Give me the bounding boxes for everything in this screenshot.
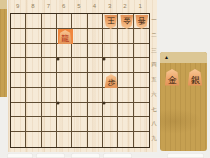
- board-cell[interactable]: [72, 29, 87, 44]
- board-cell[interactable]: [57, 73, 72, 88]
- board-cell[interactable]: [11, 29, 26, 44]
- board-cell[interactable]: [11, 132, 26, 147]
- board-cell[interactable]: [26, 73, 41, 88]
- file-label: 6: [56, 1, 71, 11]
- piece-glyph: 歩: [107, 78, 115, 89]
- board-cell[interactable]: [103, 44, 118, 59]
- piece-glyph: 香: [138, 15, 146, 26]
- board-cell[interactable]: [42, 117, 57, 132]
- rank-label: 五: [150, 73, 157, 86]
- piece-glyph: 銀: [190, 73, 199, 85]
- board-cell[interactable]: [26, 132, 41, 147]
- board-cell[interactable]: [26, 44, 41, 59]
- board-cell[interactable]: [26, 117, 41, 132]
- board-grid: [10, 13, 150, 148]
- board-cell[interactable]: [11, 88, 26, 103]
- rank-label: 七: [150, 102, 157, 115]
- board-cell[interactable]: [118, 117, 133, 132]
- board-cell[interactable]: [42, 103, 57, 118]
- board-cell[interactable]: [42, 132, 57, 147]
- file-label: 4: [87, 1, 102, 11]
- nav-button-partial[interactable]: [7, 153, 33, 158]
- board-cell[interactable]: [57, 103, 72, 118]
- nav-button-partial[interactable]: [71, 153, 100, 158]
- board-cell[interactable]: [88, 132, 103, 147]
- board-cell[interactable]: [42, 29, 57, 44]
- sente-hand-pieces: 金銀: [160, 69, 207, 86]
- board-cell[interactable]: [134, 73, 149, 88]
- board-cell[interactable]: [57, 132, 72, 147]
- board-cell[interactable]: [11, 44, 26, 59]
- board-cell[interactable]: [118, 132, 133, 147]
- board-cell[interactable]: [57, 117, 72, 132]
- sente-marker-icon: ▲: [164, 52, 169, 63]
- board-cell[interactable]: [103, 132, 118, 147]
- rank-label: 四: [150, 58, 157, 71]
- board-cell[interactable]: [118, 58, 133, 73]
- board-cell[interactable]: [134, 44, 149, 59]
- board-cell[interactable]: [118, 73, 133, 88]
- board-cell[interactable]: [26, 29, 41, 44]
- gote-komadai-partial: [0, 0, 7, 97]
- rank-label: 九: [150, 132, 157, 145]
- board-cell[interactable]: [26, 103, 41, 118]
- board-cell[interactable]: [103, 29, 118, 44]
- board-cell[interactable]: [26, 88, 41, 103]
- board-cell[interactable]: [88, 103, 103, 118]
- board-cell[interactable]: [72, 117, 87, 132]
- file-labels: 987654321: [10, 1, 148, 11]
- board-cell[interactable]: [134, 58, 149, 73]
- board-cell[interactable]: [42, 14, 57, 29]
- board-cell[interactable]: [57, 88, 72, 103]
- board-cell[interactable]: [11, 103, 26, 118]
- board-cell[interactable]: [118, 103, 133, 118]
- hand-piece-2[interactable]: 銀: [188, 69, 203, 86]
- board-cell[interactable]: [88, 73, 103, 88]
- rank-label: 一: [150, 14, 157, 27]
- board-cell[interactable]: [88, 117, 103, 132]
- board-cell[interactable]: [42, 88, 57, 103]
- file-label: 7: [41, 1, 56, 11]
- board-cell[interactable]: [72, 103, 87, 118]
- file-label: 2: [117, 1, 132, 11]
- board-cell[interactable]: [134, 117, 149, 132]
- board-cell[interactable]: [134, 103, 149, 118]
- piece-glyph: 龍: [61, 33, 69, 44]
- piece-glyph: 金: [123, 15, 131, 26]
- board-cell[interactable]: [134, 29, 149, 44]
- board-cell[interactable]: [11, 73, 26, 88]
- board-cell[interactable]: [88, 14, 103, 29]
- board-cell[interactable]: [72, 73, 87, 88]
- file-label: 8: [25, 1, 40, 11]
- board-cell[interactable]: [11, 14, 26, 29]
- nav-button-partial[interactable]: [167, 153, 204, 158]
- file-label: 3: [102, 1, 117, 11]
- sente-komadai-header: ▲: [160, 52, 207, 63]
- board-cell[interactable]: [72, 14, 87, 29]
- rank-label: 六: [150, 88, 157, 101]
- board-cell[interactable]: [134, 132, 149, 147]
- board-cell[interactable]: [11, 58, 26, 73]
- board-cell[interactable]: [57, 44, 72, 59]
- board-cell[interactable]: [88, 44, 103, 59]
- board-cell[interactable]: [72, 88, 87, 103]
- board-cell[interactable]: [72, 132, 87, 147]
- file-label: 9: [10, 1, 25, 11]
- board-cell[interactable]: [26, 58, 41, 73]
- board-cell[interactable]: [103, 58, 118, 73]
- board-cell[interactable]: [134, 88, 149, 103]
- rank-label: 二: [150, 29, 157, 42]
- board-cell[interactable]: [11, 117, 26, 132]
- file-label: 1: [133, 1, 148, 11]
- rank-label: 八: [150, 117, 157, 130]
- hand-piece-1[interactable]: 金: [165, 69, 180, 86]
- board-cell[interactable]: [88, 58, 103, 73]
- board-cell[interactable]: [103, 88, 118, 103]
- board-cell[interactable]: [88, 29, 103, 44]
- board-cell[interactable]: [26, 14, 41, 29]
- board-cell[interactable]: [103, 117, 118, 132]
- board-cell[interactable]: [42, 44, 57, 59]
- piece-glyph: 王: [107, 15, 115, 26]
- shogi-app-screen: 987654321 一二三四五六七八九 王金香龍歩 ▲ 金銀: [0, 0, 210, 158]
- board-cell[interactable]: [72, 44, 87, 59]
- file-label: 5: [71, 1, 86, 11]
- nav-button-partial[interactable]: [36, 153, 65, 158]
- rank-label: 三: [150, 43, 157, 56]
- board-cell[interactable]: [118, 88, 133, 103]
- board-cell[interactable]: [57, 58, 72, 73]
- board-cell[interactable]: [42, 58, 57, 73]
- board-cell[interactable]: [42, 73, 57, 88]
- board-cell[interactable]: [103, 103, 118, 118]
- piece-glyph: 金: [167, 73, 176, 85]
- board-cell[interactable]: [57, 14, 72, 29]
- shogi-board-panel: 987654321 一二三四五六七八九 王金香龍歩: [8, 0, 157, 152]
- board-cell[interactable]: [118, 29, 133, 44]
- nav-button-partial[interactable]: [103, 153, 132, 158]
- board-cell[interactable]: [72, 58, 87, 73]
- gote-komadai-top-partial: [0, 0, 7, 9]
- board-cell[interactable]: [88, 88, 103, 103]
- sente-komadai: ▲ 金銀: [160, 52, 207, 151]
- board-cell[interactable]: [118, 44, 133, 59]
- rank-labels: 一二三四五六七八九: [150, 13, 158, 146]
